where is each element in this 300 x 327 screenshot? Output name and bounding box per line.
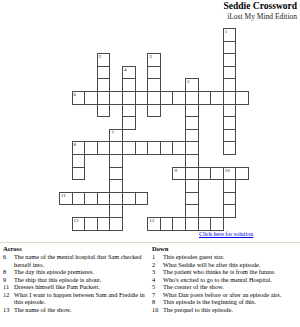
grid-cell [235,91,249,105]
clue-number: 6 [3,253,14,261]
grid-cell: 7 [109,129,123,143]
grid-cell [185,217,199,231]
clue-text: What I want to happen between Sam and Fr… [14,291,145,306]
grid-cell [97,91,111,105]
clue-text: The name of the show. [14,306,71,313]
clue: 5The creater of the show. [152,283,299,291]
grid-cell [84,141,98,155]
clue: 4Who's excited to go to the mental Hospi… [152,276,299,284]
grid-cell [198,91,212,105]
grid-cell [223,41,237,55]
grid-cell [223,78,237,92]
grid-cell [160,91,174,105]
grid-cell [210,167,224,181]
grid-cell [223,91,237,105]
grid-cell [223,192,237,206]
clue-text: This episode is the beginning of this. [163,298,256,305]
clue-number: 12 [3,291,14,299]
grid-cell: 10 [223,167,237,181]
grid-cell [122,104,136,118]
clue: 3The patient who thinks he is from the f… [152,268,299,276]
cell-number: 1 [225,29,228,34]
grid-cell [185,167,199,181]
grid-cell [160,217,174,231]
grid-cell [147,104,161,118]
grid-cell [223,104,237,118]
clue-number: 7 [152,291,163,299]
cell-number: 6 [74,92,77,97]
cell-number: 13 [149,218,154,223]
cell-number: 12 [74,218,79,223]
grid-cell [109,204,123,218]
clue-text: The prequel to this episode. [163,306,233,313]
down-clues: Down 1This episodes guest star.2What Sed… [152,245,299,313]
grid-cell: 12 [72,217,86,231]
grid-cell [72,167,86,181]
cell-number: 9 [174,168,177,173]
grid-cell [235,167,249,181]
clue-number: 11 [3,283,14,291]
grid-cell [223,66,237,80]
grid-cell: 4 [122,66,136,80]
grid-cell: 9 [172,167,186,181]
grid-cell [185,104,199,118]
cell-number: 4 [124,67,127,72]
cell-number: 2 [99,54,102,59]
clue-number: 8 [3,268,14,276]
grid-cell [122,78,136,92]
grid-cell [122,91,136,105]
grid-cell [223,129,237,143]
grid-cell [223,204,237,218]
cell-number: 3 [149,54,152,59]
clue: 13The name of the show. [3,306,150,314]
clue-number: 10 [152,306,163,314]
grid-cell [109,179,123,193]
grid-cell [122,141,136,155]
grid-cell [72,154,86,168]
clues-header-down: Down [152,245,299,253]
grid-cell [223,116,237,130]
separator-line [0,242,300,243]
clue: 7What Dan posts before or after an episo… [152,291,299,299]
grid-cell [72,192,86,206]
grid-cell [109,167,123,181]
cell-number: 8 [74,142,77,147]
clue-text: The day this episode premieres. [14,268,94,275]
clue-text: The name of the mental hospital that Sam… [14,253,141,268]
clue-number: 13 [3,306,14,314]
grid-cell [84,91,98,105]
grid-cell [109,141,123,155]
grid-cell [185,129,199,143]
grid-cell [198,167,212,181]
clue: 1This episodes guest star. [152,253,299,261]
cell-number: 7 [111,130,114,135]
grid-cell [135,91,149,105]
grid-cell [84,192,98,206]
clue-text: What Seddie will be after this episode. [163,261,260,268]
grid-cell [84,217,98,231]
grid-cell: 6 [72,91,86,105]
clue-text: This episodes guest star. [163,253,224,260]
grid-cell [210,91,224,105]
clue: 6The name of the mental hospital that Sa… [3,253,150,268]
cell-number: 11 [61,193,66,198]
grid-cell [97,217,111,231]
grid-cell: 13 [147,217,161,231]
clue-number: 3 [152,268,163,276]
clue-text: Who's excited to go to the mental Hospit… [163,276,272,283]
grid-cell: 11 [59,192,73,206]
clue: 2What Seddie will be after this episode. [152,261,299,269]
grid-cell [185,204,199,218]
clue: 8The day this episode premieres. [3,268,150,276]
grid-cell [147,66,161,80]
grid-cell [185,179,199,193]
clue: 12What I want to happen between Sam and … [3,291,150,306]
grid-cell: 1 [223,28,237,42]
grid-cell [122,192,136,206]
grid-cell [172,91,186,105]
clue-number: 1 [152,253,163,261]
clues-header-across: Across [3,245,150,253]
grid-cell [147,91,161,105]
solution-link[interactable]: Click here for solution [199,231,253,238]
clue-text: The creater of the show. [163,283,224,290]
grid-cell [97,192,111,206]
clue-text: The patient who thinks he is from the fu… [163,268,275,275]
grid-cell [97,78,111,92]
clue-number: 9 [3,276,14,284]
grid-cell: 3 [147,53,161,67]
grid-cell [147,141,161,155]
grid-cell [210,217,224,231]
clue-text: The ship that this episode is about. [14,276,101,283]
grid-cell [97,141,111,155]
grid-cell [185,141,199,155]
grid-cell [135,141,149,155]
grid-cell [160,141,174,155]
cell-number: 5 [187,79,190,84]
page-title: Seddie Crossword [224,1,297,12]
grid-cell [223,141,237,155]
grid-cell [109,154,123,168]
grid-cell [223,53,237,67]
grid-cell [122,116,136,130]
grid-cell [147,78,161,92]
grid-cell [198,217,212,231]
clue: 10The prequel to this episode. [152,306,299,314]
clue-number: 2 [152,261,163,269]
grid-cell [172,141,186,155]
clue: 11Dresses himself like Pam Puckett. [3,283,150,291]
grid-cell [97,104,111,118]
grid-cell [109,217,123,231]
grid-cell [135,192,149,206]
page-subtitle: iLost My Mind Edition [224,12,297,21]
clue-number: 4 [152,276,163,284]
grid-cell [185,192,199,206]
grid-cell: 8 [72,141,86,155]
grid-cell [223,179,237,193]
grid-cell [109,91,123,105]
clue-number: 8 [152,298,163,306]
grid-cell: 5 [185,78,199,92]
grid-cell: 2 [97,53,111,67]
clue-text: What Dan posts before or after an episod… [163,291,281,298]
clue-text: Dresses himself like Pam Puckett. [14,283,100,290]
grid-cell [185,116,199,130]
grid-cell [172,217,186,231]
clue: 8This episode is the beginning of this. [152,298,299,306]
title-block: Seddie Crossword iLost My Mind Edition [224,1,297,21]
grid-cell [97,66,111,80]
across-clues: Across 6The name of the mental hospital … [3,245,150,313]
grid-cell [185,154,199,168]
grid-cell [185,91,199,105]
clue-number: 5 [152,283,163,291]
grid-cell [109,192,123,206]
clue: 9The ship that this episode is about. [3,276,150,284]
cell-number: 10 [225,168,230,173]
